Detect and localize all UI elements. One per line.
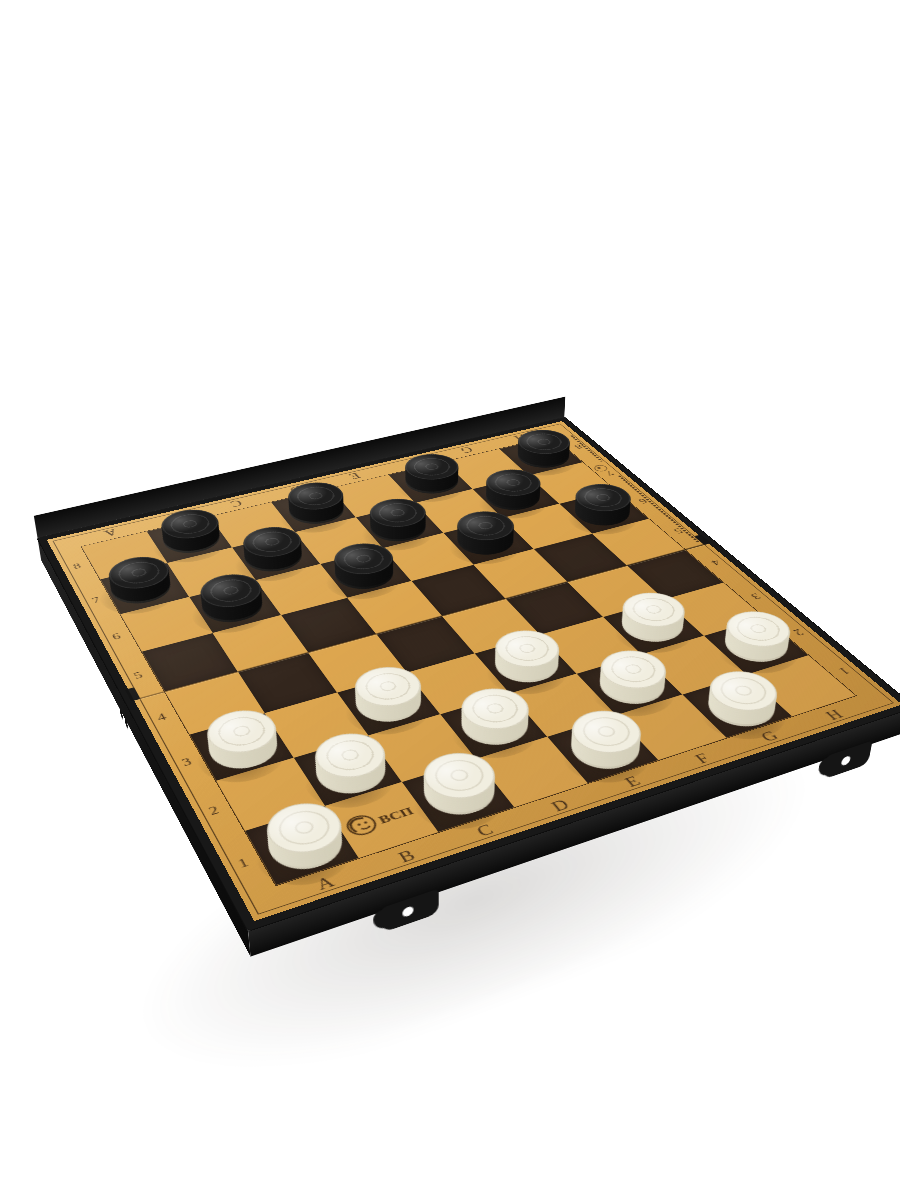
fold-latch-right[interactable] bbox=[823, 740, 873, 779]
piece-white-g1[interactable] bbox=[696, 681, 788, 734]
piece-white-h2[interactable] bbox=[713, 621, 800, 668]
piece-white-b2[interactable] bbox=[306, 742, 396, 801]
piece-black-e7[interactable] bbox=[362, 508, 435, 546]
piece-black-f6[interactable] bbox=[448, 521, 523, 560]
piece-white-e1[interactable] bbox=[559, 720, 652, 776]
piece-black-d8[interactable] bbox=[281, 492, 352, 528]
piece-white-f2[interactable] bbox=[588, 660, 676, 711]
piece-black-a7[interactable] bbox=[104, 566, 178, 609]
piece-white-e3[interactable] bbox=[484, 640, 569, 689]
piece-black-c7[interactable] bbox=[237, 537, 311, 577]
hinge-pin bbox=[120, 708, 124, 721]
piece-white-a3[interactable] bbox=[200, 719, 287, 775]
piece-white-d2[interactable] bbox=[451, 698, 540, 752]
product-photo-scene: ABCDEFGH ABCDEFGH 87654321 87654321 bbox=[0, 0, 900, 1200]
piece-white-c1[interactable] bbox=[413, 762, 507, 823]
hinge-pin bbox=[124, 717, 128, 730]
piece-white-a1[interactable] bbox=[258, 812, 353, 878]
piece-black-b6[interactable] bbox=[194, 584, 270, 628]
piece-black-g7[interactable] bbox=[477, 479, 549, 514]
piece-white-g3[interactable] bbox=[611, 602, 695, 648]
